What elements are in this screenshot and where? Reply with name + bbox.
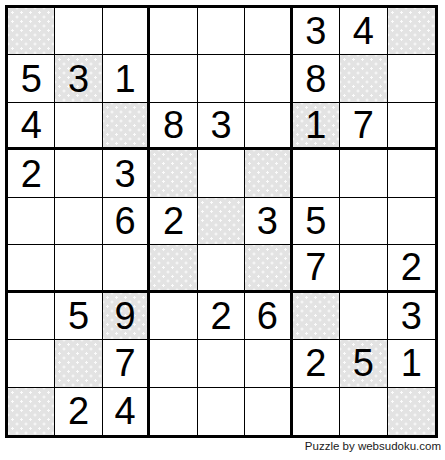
- cell-r5c4-given: 2: [150, 198, 197, 245]
- cell-r5c3-given: 6: [103, 198, 150, 245]
- cell-r6c9-given: 2: [388, 245, 435, 292]
- cell-r4c8[interactable]: [340, 150, 387, 197]
- cell-r3c3[interactable]: [103, 103, 150, 150]
- cell-r1c3[interactable]: [103, 8, 150, 55]
- cell-r2c3-given: 1: [103, 55, 150, 102]
- cell-r2c4[interactable]: [150, 55, 197, 102]
- cell-r6c2[interactable]: [55, 245, 102, 292]
- cell-r5c1[interactable]: [8, 198, 55, 245]
- attribution-text: Puzzle by websudoku.com: [305, 440, 441, 452]
- cell-r7c1[interactable]: [8, 293, 55, 340]
- cell-r1c6[interactable]: [245, 8, 292, 55]
- cell-r3c7-given: 1: [293, 103, 340, 150]
- cell-r3c2[interactable]: [55, 103, 102, 150]
- cell-r8c8-given: 5: [340, 340, 387, 387]
- cell-r9c9[interactable]: [388, 388, 435, 435]
- cell-r7c7[interactable]: [293, 293, 340, 340]
- cell-r4c9[interactable]: [388, 150, 435, 197]
- cell-r5c2[interactable]: [55, 198, 102, 245]
- cell-r6c6[interactable]: [245, 245, 292, 292]
- cell-r6c5[interactable]: [198, 245, 245, 292]
- cell-r1c7-given: 3: [293, 8, 340, 55]
- cell-r8c1[interactable]: [8, 340, 55, 387]
- cell-r5c8[interactable]: [340, 198, 387, 245]
- cell-r6c1[interactable]: [8, 245, 55, 292]
- cell-r6c4[interactable]: [150, 245, 197, 292]
- cell-r3c5-given: 3: [198, 103, 245, 150]
- cell-r7c6-given: 6: [245, 293, 292, 340]
- cell-r2c5[interactable]: [198, 55, 245, 102]
- cell-r7c2-given: 5: [55, 293, 102, 340]
- cell-r8c7-given: 2: [293, 340, 340, 387]
- cell-r8c3-given: 7: [103, 340, 150, 387]
- cell-r2c9[interactable]: [388, 55, 435, 102]
- cell-r8c6[interactable]: [245, 340, 292, 387]
- cell-r1c1[interactable]: [8, 8, 55, 55]
- cell-r9c2-given: 2: [55, 388, 102, 435]
- cell-r4c5[interactable]: [198, 150, 245, 197]
- cell-r9c4[interactable]: [150, 388, 197, 435]
- cell-r6c3[interactable]: [103, 245, 150, 292]
- cell-r7c5-given: 2: [198, 293, 245, 340]
- cell-r3c4-given: 8: [150, 103, 197, 150]
- cell-r3c9[interactable]: [388, 103, 435, 150]
- cell-r7c8[interactable]: [340, 293, 387, 340]
- cell-r4c3-given: 3: [103, 150, 150, 197]
- cell-r3c6[interactable]: [245, 103, 292, 150]
- cell-r9c1[interactable]: [8, 388, 55, 435]
- cell-r5c9[interactable]: [388, 198, 435, 245]
- cell-r7c9-given: 3: [388, 293, 435, 340]
- cell-r1c5[interactable]: [198, 8, 245, 55]
- cell-r8c2[interactable]: [55, 340, 102, 387]
- cell-r2c1-given: 5: [8, 55, 55, 102]
- cell-r2c7-given: 8: [293, 55, 340, 102]
- cell-r6c7-given: 7: [293, 245, 340, 292]
- cell-r9c3-given: 4: [103, 388, 150, 435]
- cell-r4c2[interactable]: [55, 150, 102, 197]
- cell-r3c8-given: 7: [340, 103, 387, 150]
- cell-r1c9[interactable]: [388, 8, 435, 55]
- cell-r1c4[interactable]: [150, 8, 197, 55]
- cell-r4c6[interactable]: [245, 150, 292, 197]
- cell-r8c4[interactable]: [150, 340, 197, 387]
- cell-r5c7-given: 5: [293, 198, 340, 245]
- cell-r2c6[interactable]: [245, 55, 292, 102]
- cell-r8c9-given: 1: [388, 340, 435, 387]
- cell-r9c6[interactable]: [245, 388, 292, 435]
- cell-r6c8[interactable]: [340, 245, 387, 292]
- cell-r4c7[interactable]: [293, 150, 340, 197]
- cell-r1c8-given: 4: [340, 8, 387, 55]
- cell-r1c2[interactable]: [55, 8, 102, 55]
- cell-r9c5[interactable]: [198, 388, 245, 435]
- cell-r2c2-given: 3: [55, 55, 102, 102]
- cell-r8c5[interactable]: [198, 340, 245, 387]
- cell-r7c4[interactable]: [150, 293, 197, 340]
- cell-r4c4[interactable]: [150, 150, 197, 197]
- cell-r3c1-given: 4: [8, 103, 55, 150]
- sudoku-board: 345318483172362357259263725124: [5, 5, 438, 438]
- cell-r5c6-given: 3: [245, 198, 292, 245]
- cell-r4c1-given: 2: [8, 150, 55, 197]
- cell-r5c5[interactable]: [198, 198, 245, 245]
- cell-r9c7[interactable]: [293, 388, 340, 435]
- cell-r2c8[interactable]: [340, 55, 387, 102]
- cell-r9c8[interactable]: [340, 388, 387, 435]
- cell-r7c3-given: 9: [103, 293, 150, 340]
